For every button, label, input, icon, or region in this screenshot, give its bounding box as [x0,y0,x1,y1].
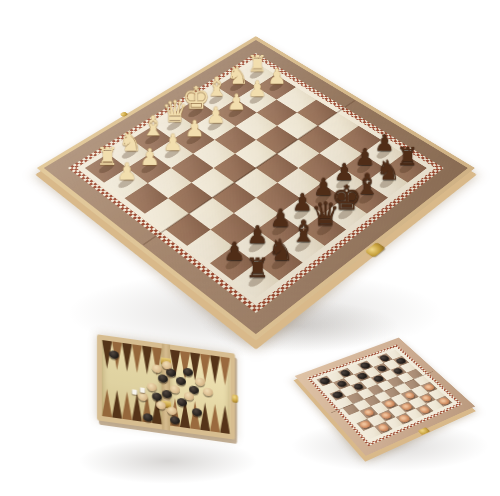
white-knight-icon: ♞ [226,63,248,88]
product-photo-canvas: ♜♞♝♛♚♝♞♜♟♟♟♟♟♟♟♟♟♟♟♟♟♟♟♟♜♞♝♛♚♝♞♜ [0,0,500,496]
backgammon-stone-light [203,387,213,396]
checker-red-piece [437,397,450,406]
die-icon [132,389,137,395]
white-pawn-icon: ♟ [185,118,205,140]
black-pawn-icon: ♟ [354,146,375,169]
backgammon-stone-dark [158,374,168,383]
black-pawn-icon: ♟ [291,191,312,215]
checkers-board [295,338,476,456]
white-bishop-icon: ♝ [141,113,165,140]
backgammon-stone-dark [192,408,202,417]
backgammon-shadow [78,438,258,484]
backgammon-stone-light [162,361,172,370]
black-pawn-icon: ♟ [374,132,394,155]
white-pawn-icon: ♟ [206,105,226,127]
backgammon-stone-light [170,384,180,393]
black-pawn-icon: ♟ [269,206,291,230]
white-pawn-icon: ♟ [268,66,287,87]
backgammon-scene [97,334,235,439]
black-pawn-icon: ♟ [246,223,268,248]
backgammon-stone-light [152,364,162,373]
chess-scene: ♜♞♝♛♚♝♞♜♟♟♟♟♟♟♟♟♟♟♟♟♟♟♟♟♜♞♝♛♚♝♞♜ [101,13,411,323]
white-pawn-icon: ♟ [117,160,138,183]
black-rook-icon: ♜ [245,254,270,282]
backgammon-stone-dark [143,413,153,422]
backgammon-stone-dark [152,392,162,401]
white-rook-icon: ♜ [247,52,268,75]
black-bishop-icon: ♝ [290,217,317,247]
backgammon-stone-dark [109,350,119,359]
backgammon-stone-light [195,377,205,386]
backgammon-stone-dark [170,415,180,424]
checkers-scene [314,321,455,462]
die-icon [140,388,145,394]
backgammon-stones-layer [97,334,235,439]
backgammon-stone-light [147,383,157,392]
black-knight-icon: ♞ [268,235,294,264]
backgammon-stone-light [156,401,166,410]
white-rook-icon: ♜ [96,144,118,169]
black-pawn-icon: ♟ [223,239,245,264]
white-pawn-icon: ♟ [163,132,183,155]
white-pawn-icon: ♟ [227,92,247,114]
backgammon-stone-dark [183,367,193,376]
white-pawn-icon: ♟ [140,146,161,169]
backgammon-stone-dark [166,368,176,377]
backgammon-open-box [97,334,235,439]
backgammon-stone-dark [176,376,186,385]
backgammon-stone-light [167,406,177,415]
chess-board: ♜♞♝♛♚♝♞♜♟♟♟♟♟♟♟♟♟♟♟♟♟♟♟♟♜♞♝♛♚♝♞♜ [37,36,475,340]
chess-pieces-layer: ♜♞♝♛♚♝♞♜♟♟♟♟♟♟♟♟♟♟♟♟♟♟♟♟♜♞♝♛♚♝♞♜ [85,62,427,298]
backgammon-stone-light [138,392,148,401]
white-pawn-icon: ♟ [248,79,267,101]
